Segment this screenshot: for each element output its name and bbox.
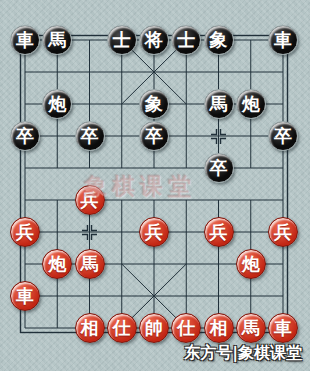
piece-red-soldier-g6[interactable]: 兵 bbox=[204, 217, 234, 247]
piece-red-horse-c7[interactable]: 馬 bbox=[75, 249, 105, 279]
piece-red-elephant-g9[interactable]: 相 bbox=[204, 313, 234, 343]
piece-black-horse-g2[interactable]: 馬 bbox=[204, 89, 234, 119]
piece-black-soldier-a3[interactable]: 卒 bbox=[10, 121, 40, 151]
piece-red-soldier-a6[interactable]: 兵 bbox=[10, 217, 40, 247]
piece-red-chariot-a8[interactable]: 車 bbox=[10, 281, 40, 311]
piece-red-chariot-i9[interactable]: 車 bbox=[268, 313, 298, 343]
piece-red-cannon-h7[interactable]: 炮 bbox=[236, 249, 266, 279]
piece-red-elephant-c9[interactable]: 相 bbox=[75, 313, 105, 343]
piece-red-cannon-b7[interactable]: 炮 bbox=[42, 249, 72, 279]
piece-black-chariot-a0[interactable]: 車 bbox=[10, 25, 40, 55]
piece-black-horse-b0[interactable]: 馬 bbox=[42, 25, 72, 55]
piece-black-chariot-i0[interactable]: 車 bbox=[268, 25, 298, 55]
piece-red-general-e9[interactable]: 帥 bbox=[139, 313, 169, 343]
piece-red-advisor-f9[interactable]: 仕 bbox=[171, 313, 201, 343]
piece-red-horse-h9[interactable]: 馬 bbox=[236, 313, 266, 343]
point-marker-g3 bbox=[209, 127, 228, 146]
caption: 东方号|象棋课堂 bbox=[184, 343, 302, 364]
piece-black-cannon-h2[interactable]: 炮 bbox=[236, 89, 266, 119]
piece-red-soldier-i6[interactable]: 兵 bbox=[268, 217, 298, 247]
piece-black-soldier-e3[interactable]: 卒 bbox=[139, 121, 169, 151]
piece-black-elephant-g0[interactable]: 象 bbox=[204, 25, 234, 55]
piece-black-soldier-g4[interactable]: 卒 bbox=[204, 153, 234, 183]
piece-red-advisor-d9[interactable]: 仕 bbox=[107, 313, 137, 343]
piece-black-general-e0[interactable]: 将 bbox=[139, 25, 169, 55]
point-marker-c6 bbox=[80, 223, 99, 242]
piece-black-advisor-f0[interactable]: 士 bbox=[171, 25, 201, 55]
piece-black-elephant-e2[interactable]: 象 bbox=[139, 89, 169, 119]
piece-black-cannon-b2[interactable]: 炮 bbox=[42, 89, 72, 119]
piece-black-soldier-i3[interactable]: 卒 bbox=[268, 121, 298, 151]
watermark: 象棋课堂 bbox=[84, 171, 196, 202]
piece-black-advisor-d0[interactable]: 士 bbox=[107, 25, 137, 55]
piece-red-soldier-e6[interactable]: 兵 bbox=[139, 217, 169, 247]
xiangqi-board-screenshot: 車馬士将士象車炮象馬炮卒卒卒卒卒兵兵兵兵兵炮馬炮車相仕帥仕相馬車 象棋课堂 东方… bbox=[0, 0, 310, 371]
piece-black-soldier-c3[interactable]: 卒 bbox=[75, 121, 105, 151]
